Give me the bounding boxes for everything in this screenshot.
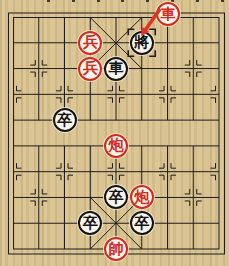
black-soldier[interactable]: 卒 xyxy=(53,108,77,132)
xiangqi-board: 車將兵兵車卒炮卒炮卒卒帥 xyxy=(0,0,229,266)
black-general[interactable]: 將 xyxy=(130,31,154,55)
red-general[interactable]: 帥 xyxy=(104,237,128,261)
red-cannon[interactable]: 炮 xyxy=(104,134,128,158)
board-grid xyxy=(0,0,229,266)
red-chariot[interactable]: 車 xyxy=(156,2,180,26)
black-chariot[interactable]: 車 xyxy=(104,57,128,81)
red-soldier[interactable]: 兵 xyxy=(78,31,102,55)
cropped-label-ticks xyxy=(47,0,224,2)
red-soldier[interactable]: 兵 xyxy=(78,57,102,81)
black-soldier[interactable]: 卒 xyxy=(130,211,154,235)
